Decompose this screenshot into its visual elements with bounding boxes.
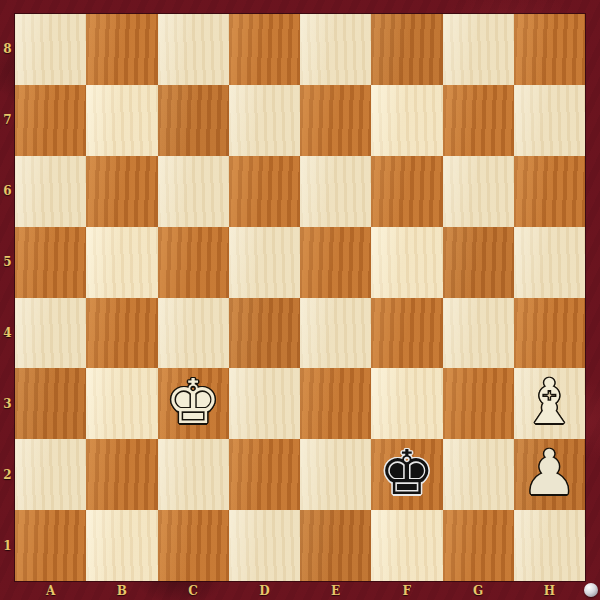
square-f6[interactable] <box>371 156 442 227</box>
square-h8[interactable] <box>514 14 585 85</box>
file-labels: ABCDEFGH <box>15 581 585 600</box>
rank-label-3: 3 <box>3 397 11 411</box>
square-g4[interactable] <box>443 298 514 369</box>
square-a2[interactable] <box>15 439 86 510</box>
square-f2[interactable]: ♚ <box>371 439 442 510</box>
square-f1[interactable] <box>371 510 442 581</box>
square-a8[interactable] <box>15 14 86 85</box>
square-b8[interactable] <box>86 14 157 85</box>
square-e3[interactable] <box>300 368 371 439</box>
square-h5[interactable] <box>514 227 585 298</box>
square-d6[interactable] <box>229 156 300 227</box>
square-b3[interactable] <box>86 368 157 439</box>
square-f8[interactable] <box>371 14 442 85</box>
square-b2[interactable] <box>86 439 157 510</box>
square-a1[interactable] <box>15 510 86 581</box>
square-g7[interactable] <box>443 85 514 156</box>
square-c6[interactable] <box>158 156 229 227</box>
square-a4[interactable] <box>15 298 86 369</box>
square-d4[interactable] <box>229 298 300 369</box>
file-label-e: E <box>331 584 340 598</box>
side-to-move-indicator <box>584 583 598 597</box>
square-f7[interactable] <box>371 85 442 156</box>
white-king[interactable]: ♚ <box>165 371 221 433</box>
square-f3[interactable] <box>371 368 442 439</box>
square-g2[interactable] <box>443 439 514 510</box>
chess-board-frame: ♚♝♚♟ 87654321 ABCDEFGH <box>0 0 600 600</box>
square-g5[interactable] <box>443 227 514 298</box>
square-g8[interactable] <box>443 14 514 85</box>
square-c5[interactable] <box>158 227 229 298</box>
rank-label-4: 4 <box>3 326 11 340</box>
file-label-d: D <box>259 584 269 598</box>
square-h4[interactable] <box>514 298 585 369</box>
rank-labels: 87654321 <box>0 14 15 581</box>
rank-label-7: 7 <box>3 113 11 127</box>
square-c1[interactable] <box>158 510 229 581</box>
square-b7[interactable] <box>86 85 157 156</box>
square-a5[interactable] <box>15 227 86 298</box>
square-c3[interactable]: ♚ <box>158 368 229 439</box>
white-bishop[interactable]: ♝ <box>522 371 578 433</box>
square-e7[interactable] <box>300 85 371 156</box>
square-g6[interactable] <box>443 156 514 227</box>
square-f5[interactable] <box>371 227 442 298</box>
file-label-f: F <box>403 584 412 598</box>
square-a6[interactable] <box>15 156 86 227</box>
rank-label-2: 2 <box>3 468 11 482</box>
rank-label-8: 8 <box>3 42 11 56</box>
black-king[interactable]: ♚ <box>379 442 435 504</box>
file-label-a: A <box>46 584 55 598</box>
square-d2[interactable] <box>229 439 300 510</box>
square-b6[interactable] <box>86 156 157 227</box>
white-pawn[interactable]: ♟ <box>522 442 578 504</box>
square-d8[interactable] <box>229 14 300 85</box>
square-d5[interactable] <box>229 227 300 298</box>
chess-board: ♚♝♚♟ <box>15 14 585 581</box>
square-a7[interactable] <box>15 85 86 156</box>
square-d3[interactable] <box>229 368 300 439</box>
square-g1[interactable] <box>443 510 514 581</box>
square-e8[interactable] <box>300 14 371 85</box>
square-e5[interactable] <box>300 227 371 298</box>
square-b1[interactable] <box>86 510 157 581</box>
square-e1[interactable] <box>300 510 371 581</box>
square-h2[interactable]: ♟ <box>514 439 585 510</box>
square-f4[interactable] <box>371 298 442 369</box>
file-label-h: H <box>544 584 555 598</box>
square-e2[interactable] <box>300 439 371 510</box>
rank-label-5: 5 <box>3 255 11 269</box>
square-h7[interactable] <box>514 85 585 156</box>
square-c7[interactable] <box>158 85 229 156</box>
square-c8[interactable] <box>158 14 229 85</box>
square-h6[interactable] <box>514 156 585 227</box>
square-c4[interactable] <box>158 298 229 369</box>
square-b4[interactable] <box>86 298 157 369</box>
square-d7[interactable] <box>229 85 300 156</box>
square-b5[interactable] <box>86 227 157 298</box>
square-e6[interactable] <box>300 156 371 227</box>
square-h3[interactable]: ♝ <box>514 368 585 439</box>
square-g3[interactable] <box>443 368 514 439</box>
file-label-g: G <box>473 584 483 598</box>
file-label-b: B <box>117 584 127 598</box>
rank-label-1: 1 <box>3 539 11 553</box>
square-e4[interactable] <box>300 298 371 369</box>
square-a3[interactable] <box>15 368 86 439</box>
rank-label-6: 6 <box>3 184 11 198</box>
square-c2[interactable] <box>158 439 229 510</box>
file-label-c: C <box>188 584 198 598</box>
square-h1[interactable] <box>514 510 585 581</box>
square-d1[interactable] <box>229 510 300 581</box>
